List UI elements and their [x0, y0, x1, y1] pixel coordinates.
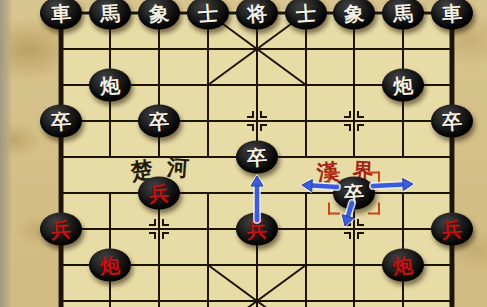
piece-glyph: 兵 [148, 182, 169, 203]
piece-red-cannon[interactable]: 炮 [382, 249, 424, 282]
piece-glyph: 炮 [392, 74, 413, 95]
piece-glyph: 馬 [392, 2, 413, 23]
piece-glyph: 卒 [343, 182, 364, 203]
piece-glyph: 炮 [392, 254, 413, 275]
left-edge-shadow [0, 0, 12, 307]
piece-glyph: 炮 [99, 74, 120, 95]
piece-red-cannon[interactable]: 炮 [89, 249, 131, 282]
piece-red-soldier[interactable]: 兵 [431, 213, 473, 246]
piece-red-soldier[interactable]: 兵 [40, 213, 82, 246]
piece-glyph: 士 [295, 2, 316, 23]
piece-glyph: 兵 [441, 218, 462, 239]
xiangqi-game-screen: 楚河漢界 車馬象士将士象馬車炮炮卒卒卒卒兵卒兵兵兵炮炮 [0, 0, 487, 307]
piece-glyph: 卒 [246, 146, 267, 167]
piece-glyph: 象 [148, 2, 169, 23]
piece-red-soldier[interactable]: 兵 [236, 213, 278, 246]
piece-black-soldier[interactable]: 卒 [333, 177, 375, 210]
piece-black-soldier[interactable]: 卒 [431, 105, 473, 138]
piece-glyph: 卒 [50, 110, 71, 131]
piece-glyph: 兵 [246, 218, 267, 239]
piece-black-soldier[interactable]: 卒 [236, 141, 278, 174]
piece-glyph: 馬 [99, 2, 120, 23]
piece-glyph: 卒 [148, 110, 169, 131]
piece-black-soldier[interactable]: 卒 [138, 105, 180, 138]
piece-black-soldier[interactable]: 卒 [40, 105, 82, 138]
piece-glyph: 兵 [50, 218, 71, 239]
piece-glyph: 車 [50, 2, 71, 23]
piece-red-soldier[interactable]: 兵 [138, 177, 180, 210]
piece-black-cannon[interactable]: 炮 [382, 69, 424, 102]
piece-glyph: 将 [246, 2, 267, 23]
piece-glyph: 士 [197, 2, 218, 23]
piece-glyph: 象 [343, 2, 364, 23]
piece-glyph: 炮 [99, 254, 120, 275]
piece-glyph: 車 [441, 2, 462, 23]
piece-black-cannon[interactable]: 炮 [89, 69, 131, 102]
piece-glyph: 卒 [441, 110, 462, 131]
